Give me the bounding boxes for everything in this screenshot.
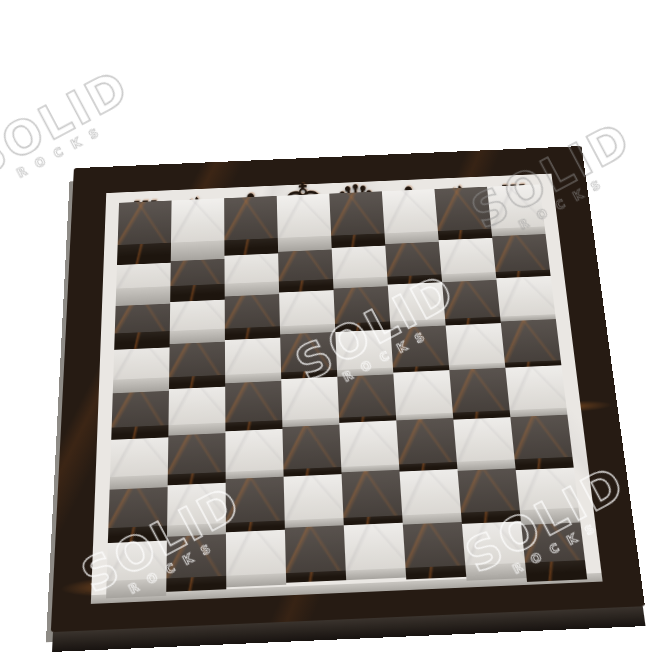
chess-board: ♜♞♝♚♛♝♞♜♟♟♟♟♟♟♟♟♟♟♟♟♟♟♟♟♜♞♝♛♚♝♞♜ — [51, 146, 645, 632]
square-e8 — [329, 191, 384, 235]
square-h4 — [505, 360, 567, 410]
square-f4 — [393, 365, 453, 415]
square-f3 — [396, 413, 457, 465]
square-a8 — [118, 201, 172, 246]
chess-set: ♜♞♝♚♛♝♞♜♟♟♟♟♟♟♟♟♟♟♟♟♟♟♟♟♜♞♝♛♚♝♞♜ — [51, 84, 622, 655]
board-grid — [107, 184, 585, 581]
square-g8 — [434, 187, 491, 231]
square-b8 — [171, 198, 224, 242]
square-g4 — [449, 363, 510, 413]
square-d8 — [277, 194, 331, 238]
square-f8 — [382, 189, 438, 233]
square-h8 — [487, 184, 545, 228]
square-e2 — [341, 464, 402, 517]
square-h5 — [500, 314, 561, 362]
square-c8 — [224, 196, 278, 240]
square-e3 — [339, 415, 399, 467]
